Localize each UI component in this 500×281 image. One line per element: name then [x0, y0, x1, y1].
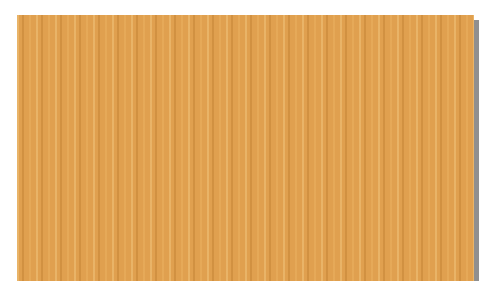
go-board-viewer	[0, 0, 500, 281]
go-board	[17, 15, 474, 281]
board-shadow	[474, 20, 479, 281]
stone-grid	[17, 20, 473, 279]
